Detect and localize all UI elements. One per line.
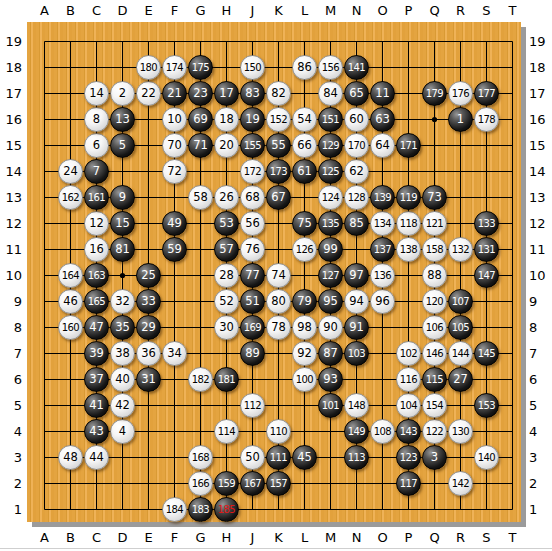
stone-G13: 58 [188,185,213,210]
stone-D12: 15 [110,211,135,236]
move-number: 59 [167,244,182,256]
move-number: 127 [322,271,339,281]
stone-O4: 108 [370,419,395,444]
stone-E6: 31 [136,367,161,392]
stone-J3: 50 [240,445,265,470]
coord-label-bottom-Q: Q [425,530,445,546]
move-number: 42 [115,400,130,412]
move-number: 7 [93,166,100,178]
move-number: 185 [218,505,235,515]
coord-label-right-17: 17 [529,86,552,102]
move-number: 24 [63,166,78,178]
move-number: 15 [115,218,130,230]
move-number: 64 [375,140,390,152]
move-number: 55 [271,140,286,152]
move-number: 12 [89,218,104,230]
stone-Q4: 122 [422,419,447,444]
stone-P4: 143 [396,419,421,444]
move-number: 179 [426,89,443,99]
stone-L6: 100 [292,367,317,392]
coord-label-right-10: 10 [529,268,552,284]
move-number: 176 [452,89,469,99]
coord-label-bottom-N: N [347,530,367,546]
stone-R4: 130 [448,419,473,444]
move-number: 44 [89,452,104,464]
move-number: 6 [93,140,100,152]
move-number: 125 [322,167,339,177]
stone-R11: 132 [448,237,473,262]
stone-O17: 11 [370,81,395,106]
move-number: 82 [271,88,286,100]
move-number: 83 [245,88,260,100]
move-number: 51 [245,296,260,308]
move-number: 57 [219,244,234,256]
coord-label-bottom-S: S [477,530,497,546]
stone-L7: 92 [292,341,317,366]
move-number: 68 [245,192,260,204]
move-number: 54 [297,114,312,126]
coord-label-bottom-G: G [191,530,211,546]
coord-label-bottom-D: D [113,530,133,546]
move-number: 143 [400,427,417,437]
stone-M18: 156 [318,55,343,80]
stone-S5: 153 [474,393,499,418]
coord-label-bottom-T: T [503,530,523,546]
move-number: 156 [322,63,339,73]
stone-K17: 82 [266,81,291,106]
stone-J10: 77 [240,263,265,288]
move-number: 77 [245,270,260,282]
stone-C10: 163 [84,263,109,288]
move-number: 4 [119,426,126,438]
stone-N14: 62 [344,159,369,184]
move-number: 78 [271,322,286,334]
move-number: 169 [244,323,261,333]
stone-D5: 42 [110,393,135,418]
stone-H10: 28 [214,263,239,288]
stone-K13: 67 [266,185,291,210]
coord-label-left-16: 16 [4,112,22,128]
stone-G3: 168 [188,445,213,470]
stone-N15: 170 [344,133,369,158]
move-number: 46 [63,296,78,308]
window-bottom-divider [0,548,552,549]
coord-label-top-H: H [217,3,237,19]
move-number: 16 [89,244,104,256]
move-number: 91 [349,322,364,334]
move-number: 130 [452,427,469,437]
move-number: 39 [89,348,104,360]
move-number: 28 [219,270,234,282]
move-number: 134 [374,219,391,229]
stone-E18: 180 [136,55,161,80]
coord-label-top-E: E [139,3,159,19]
coord-label-bottom-A: A [35,530,55,546]
move-number: 171 [400,141,417,151]
move-number: 166 [192,479,209,489]
stone-F7: 34 [162,341,187,366]
coord-label-top-Q: Q [425,3,445,19]
stone-D7: 38 [110,341,135,366]
stone-Q8: 106 [422,315,447,340]
move-number: 48 [63,452,78,464]
move-number: 165 [88,297,105,307]
move-number: 35 [115,322,130,334]
stone-P3: 123 [396,445,421,470]
coord-label-left-11: 11 [4,242,22,258]
coord-label-bottom-L: L [295,530,315,546]
stone-S12: 133 [474,211,499,236]
move-number: 184 [166,505,183,515]
stone-F1: 184 [162,497,187,522]
stone-L14: 61 [292,159,317,184]
stone-G16: 69 [188,107,213,132]
stone-G18: 175 [188,55,213,80]
stone-H2: 159 [214,471,239,496]
coord-label-left-12: 12 [4,216,22,232]
move-number: 110 [270,427,287,437]
stone-M6: 93 [318,367,343,392]
move-number: 88 [427,270,442,282]
move-number: 136 [374,271,391,281]
stone-O9: 96 [370,289,395,314]
move-number: 29 [141,322,156,334]
move-number: 173 [270,167,287,177]
move-number: 13 [115,114,130,126]
move-number: 137 [374,245,391,255]
move-number: 3 [431,452,438,464]
move-number: 52 [219,296,234,308]
move-number: 2 [119,88,126,100]
coord-label-left-19: 19 [4,34,22,50]
stone-N13: 128 [344,185,369,210]
stone-M5: 101 [318,393,343,418]
stone-J12: 56 [240,211,265,236]
coord-label-left-3: 3 [4,450,22,466]
move-number: 36 [141,348,156,360]
move-number: 160 [62,323,79,333]
move-number: 86 [297,62,312,74]
stone-C9: 165 [84,289,109,314]
move-number: 114 [218,427,235,437]
stone-D16: 13 [110,107,135,132]
stone-M7: 87 [318,341,343,366]
stone-M11: 99 [318,237,343,262]
move-number: 70 [167,140,182,152]
coord-label-top-N: N [347,3,367,19]
move-number: 164 [62,271,79,281]
move-number: 79 [297,296,312,308]
move-number: 161 [88,193,105,203]
coord-label-bottom-F: F [165,530,185,546]
move-number: 108 [374,427,391,437]
move-number: 33 [141,296,156,308]
move-number: 43 [89,426,104,438]
coord-label-right-7: 7 [529,346,552,362]
move-number: 122 [426,427,443,437]
move-number: 66 [297,140,312,152]
coord-label-left-5: 5 [4,398,22,414]
move-number: 129 [322,141,339,151]
move-number: 180 [140,63,157,73]
stone-Q6: 115 [422,367,447,392]
move-number: 147 [478,271,495,281]
stone-C13: 161 [84,185,109,210]
coord-label-left-7: 7 [4,346,22,362]
stone-C8: 47 [84,315,109,340]
move-number: 45 [297,452,312,464]
stone-S10: 147 [474,263,499,288]
move-number: 76 [245,244,260,256]
move-number: 72 [167,166,182,178]
move-number: 34 [167,348,182,360]
move-number: 96 [375,296,390,308]
move-number: 47 [89,322,104,334]
move-number: 37 [89,374,104,386]
coord-label-top-L: L [295,3,315,19]
move-number: 84 [323,88,338,100]
stone-N16: 60 [344,107,369,132]
stone-M12: 135 [318,211,343,236]
move-number: 10 [167,114,182,126]
coord-label-top-A: A [35,3,55,19]
stone-J11: 76 [240,237,265,262]
stone-K15: 55 [266,133,291,158]
stone-Q11: 158 [422,237,447,262]
stone-L16: 54 [292,107,317,132]
move-number: 115 [426,375,443,385]
stone-E10: 25 [136,263,161,288]
move-number: 163 [88,271,105,281]
stone-S11: 131 [474,237,499,262]
move-number: 117 [400,479,417,489]
stone-M17: 84 [318,81,343,106]
stone-C15: 6 [84,133,109,158]
move-number: 62 [349,166,364,178]
stone-F11: 59 [162,237,187,262]
move-number: 19 [245,114,260,126]
move-number: 151 [322,115,339,125]
coord-label-left-6: 6 [4,372,22,388]
stone-N9: 94 [344,289,369,314]
stone-K14: 173 [266,159,291,184]
move-number: 102 [400,349,417,359]
stone-M16: 151 [318,107,343,132]
stone-K4: 110 [266,419,291,444]
stone-R9: 107 [448,289,473,314]
move-number: 120 [426,297,443,307]
move-number: 172 [244,167,261,177]
stone-P7: 102 [396,341,421,366]
move-number: 31 [141,374,156,386]
move-number: 5 [119,140,126,152]
stone-M14: 125 [318,159,343,184]
move-number: 105 [452,323,469,333]
stone-K8: 78 [266,315,291,340]
stone-M15: 129 [318,133,343,158]
move-number: 23 [193,88,208,100]
move-number: 67 [271,192,286,204]
move-number: 124 [322,193,339,203]
coord-label-top-T: T [503,3,523,19]
go-board[interactable]: 1234567891011121314151617181920212223242… [27,22,521,522]
move-number: 157 [270,479,287,489]
stone-O15: 64 [370,133,395,158]
move-number: 168 [192,453,209,463]
stone-D11: 81 [110,237,135,262]
stone-M13: 124 [318,185,343,210]
move-number: 20 [219,140,234,152]
stone-R17: 176 [448,81,473,106]
move-number: 74 [271,270,286,282]
coord-label-bottom-C: C [87,530,107,546]
move-number: 81 [115,244,130,256]
stone-L11: 126 [292,237,317,262]
move-number: 140 [478,453,495,463]
stone-O16: 63 [370,107,395,132]
stone-N17: 65 [344,81,369,106]
stone-J5: 112 [240,393,265,418]
coord-label-right-2: 2 [529,476,552,492]
move-number: 149 [348,427,365,437]
stone-N7: 103 [344,341,369,366]
stone-D13: 9 [110,185,135,210]
stone-K9: 80 [266,289,291,314]
stone-H9: 52 [214,289,239,314]
move-number: 138 [400,245,417,255]
coord-label-right-19: 19 [529,34,552,50]
move-number: 41 [89,400,104,412]
stone-C4: 43 [84,419,109,444]
move-number: 148 [348,401,365,411]
move-number: 111 [270,453,287,463]
stone-J18: 150 [240,55,265,80]
move-number: 26 [219,192,234,204]
stone-Q12: 121 [422,211,447,236]
coord-label-top-F: F [165,3,185,19]
stone-L8: 98 [292,315,317,340]
stone-C16: 8 [84,107,109,132]
stone-L18: 86 [292,55,317,80]
move-number: 65 [349,88,364,100]
stone-H16: 18 [214,107,239,132]
stone-B9: 46 [58,289,83,314]
stone-L12: 75 [292,211,317,236]
move-number: 100 [296,375,313,385]
move-number: 131 [478,245,495,255]
move-number: 142 [452,479,469,489]
coord-label-left-18: 18 [4,60,22,76]
stone-R7: 144 [448,341,473,366]
coord-label-left-2: 2 [4,476,22,492]
move-number: 30 [219,322,234,334]
move-number: 95 [323,296,338,308]
stone-P12: 118 [396,211,421,236]
stone-E7: 36 [136,341,161,366]
coord-label-right-6: 6 [529,372,552,388]
coord-label-top-M: M [321,3,341,19]
stone-C7: 39 [84,341,109,366]
stone-L3: 45 [292,445,317,470]
move-number: 177 [478,89,495,99]
stone-M8: 90 [318,315,343,340]
move-number: 60 [349,114,364,126]
coord-label-top-R: R [451,3,471,19]
stone-N18: 141 [344,55,369,80]
stone-H8: 30 [214,315,239,340]
stone-J2: 167 [240,471,265,496]
coord-label-bottom-M: M [321,530,341,546]
stone-K2: 157 [266,471,291,496]
stone-S3: 140 [474,445,499,470]
stone-L15: 66 [292,133,317,158]
stone-E17: 22 [136,81,161,106]
stone-H1: 185 [214,497,239,522]
coord-label-top-B: B [61,3,81,19]
coord-label-top-G: G [191,3,211,19]
stone-R2: 142 [448,471,473,496]
stone-D8: 35 [110,315,135,340]
stone-C6: 37 [84,367,109,392]
stone-P6: 116 [396,367,421,392]
coord-label-bottom-B: B [61,530,81,546]
stone-G6: 182 [188,367,213,392]
move-number: 126 [296,245,313,255]
stone-J16: 19 [240,107,265,132]
move-number: 94 [349,296,364,308]
stone-G1: 183 [188,497,213,522]
stone-O13: 139 [370,185,395,210]
stone-P5: 104 [396,393,421,418]
move-number: 25 [141,270,156,282]
move-number: 63 [375,114,390,126]
stone-B10: 164 [58,263,83,288]
move-number: 61 [297,166,312,178]
move-number: 97 [349,270,364,282]
move-number: 145 [478,349,495,359]
move-number: 50 [245,452,260,464]
move-number: 75 [297,218,312,230]
move-number: 8 [93,114,100,126]
stone-S16: 178 [474,107,499,132]
move-number: 144 [452,349,469,359]
coord-label-bottom-J: J [243,530,263,546]
move-number: 99 [323,244,338,256]
coord-label-left-10: 10 [4,268,22,284]
move-number: 98 [297,322,312,334]
move-number: 132 [452,245,469,255]
stone-H15: 20 [214,133,239,158]
stone-B3: 48 [58,445,83,470]
coord-label-left-8: 8 [4,320,22,336]
stone-H12: 53 [214,211,239,236]
stone-K16: 152 [266,107,291,132]
move-number: 90 [323,322,338,334]
move-number: 183 [192,505,209,515]
stone-G15: 71 [188,133,213,158]
stone-Q17: 179 [422,81,447,106]
stone-N5: 148 [344,393,369,418]
stone-C5: 41 [84,393,109,418]
coord-label-bottom-P: P [399,530,419,546]
move-number: 139 [374,193,391,203]
stone-L9: 79 [292,289,317,314]
coord-label-right-4: 4 [529,424,552,440]
star-point-Q16 [432,117,437,122]
stone-S7: 145 [474,341,499,366]
move-number: 85 [349,218,364,230]
move-number: 38 [115,348,130,360]
